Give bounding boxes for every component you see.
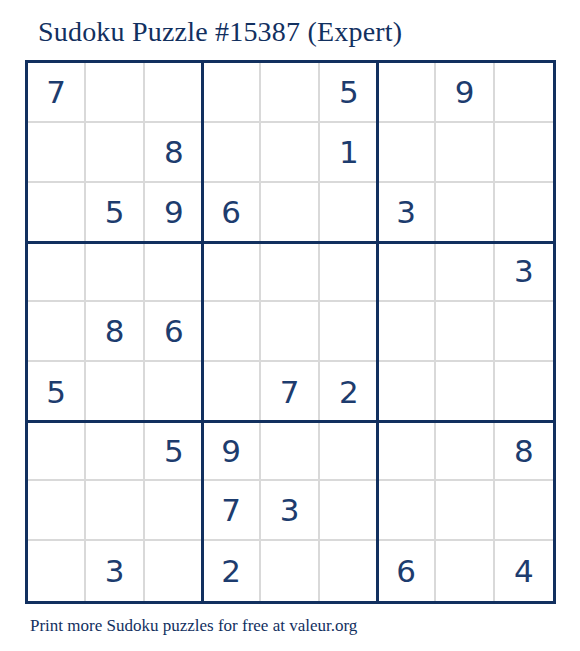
cell-r2c9 — [495, 123, 553, 183]
cell-r8c9 — [495, 481, 553, 541]
cell-r1c7 — [378, 63, 436, 123]
cell-r6c5: 7 — [261, 362, 319, 422]
cell-r9c6 — [320, 541, 378, 601]
cell-r9c2: 3 — [86, 541, 144, 601]
cell-r2c3: 8 — [145, 123, 203, 183]
cell-r8c5: 3 — [261, 481, 319, 541]
cell-r8c3 — [145, 481, 203, 541]
cell-r5c3: 6 — [145, 302, 203, 362]
cell-r6c3 — [145, 362, 203, 422]
cell-r2c5 — [261, 123, 319, 183]
cell-r2c2 — [86, 123, 144, 183]
cell-r4c2 — [86, 242, 144, 302]
cell-r2c8 — [436, 123, 494, 183]
cell-r7c8 — [436, 422, 494, 482]
box-divider-horizontal-1 — [28, 241, 553, 244]
footer-credit: Print more Sudoku puzzles for free at va… — [30, 615, 580, 637]
cell-r1c6: 5 — [320, 63, 378, 123]
cell-r7c6 — [320, 422, 378, 482]
cell-r6c8 — [436, 362, 494, 422]
cell-r5c9 — [495, 302, 553, 362]
cell-r6c9 — [495, 362, 553, 422]
cell-r2c4 — [203, 123, 261, 183]
cell-r8c7 — [378, 481, 436, 541]
cell-r3c6 — [320, 183, 378, 243]
cell-r7c2 — [86, 422, 144, 482]
cell-r3c7: 3 — [378, 183, 436, 243]
cell-r6c2 — [86, 362, 144, 422]
cell-r7c5 — [261, 422, 319, 482]
cell-r6c7 — [378, 362, 436, 422]
cell-r8c2 — [86, 481, 144, 541]
cell-r5c7 — [378, 302, 436, 362]
cell-r5c1 — [28, 302, 86, 362]
cell-r8c1 — [28, 481, 86, 541]
cell-r9c7: 6 — [378, 541, 436, 601]
cell-r7c9: 8 — [495, 422, 553, 482]
cell-r8c4: 7 — [203, 481, 261, 541]
cell-r8c8 — [436, 481, 494, 541]
box-divider-vertical-1 — [201, 63, 204, 601]
cell-r9c5 — [261, 541, 319, 601]
cell-r3c2: 5 — [86, 183, 144, 243]
cell-r3c9 — [495, 183, 553, 243]
cell-r7c1 — [28, 422, 86, 482]
cell-r9c1 — [28, 541, 86, 601]
cell-r4c1 — [28, 242, 86, 302]
cell-r1c9 — [495, 63, 553, 123]
cell-r3c1 — [28, 183, 86, 243]
cell-r4c4 — [203, 242, 261, 302]
cell-r5c8 — [436, 302, 494, 362]
cell-r1c4 — [203, 63, 261, 123]
cell-r1c1: 7 — [28, 63, 86, 123]
sudoku-grid: 759815963386572598733264 — [25, 60, 556, 604]
cell-r1c5 — [261, 63, 319, 123]
cell-r2c7 — [378, 123, 436, 183]
cell-r3c4: 6 — [203, 183, 261, 243]
cell-r9c9: 4 — [495, 541, 553, 601]
cell-r4c5 — [261, 242, 319, 302]
cell-r7c7 — [378, 422, 436, 482]
cell-r6c6: 2 — [320, 362, 378, 422]
box-divider-horizontal-2 — [28, 420, 553, 423]
cell-r5c6 — [320, 302, 378, 362]
cell-r9c3 — [145, 541, 203, 601]
cell-r7c4: 9 — [203, 422, 261, 482]
cell-r3c5 — [261, 183, 319, 243]
cell-r1c2 — [86, 63, 144, 123]
box-divider-vertical-2 — [376, 63, 379, 601]
cell-r5c5 — [261, 302, 319, 362]
cell-r4c6 — [320, 242, 378, 302]
cell-r4c9: 3 — [495, 242, 553, 302]
cell-r5c4 — [203, 302, 261, 362]
cell-r4c3 — [145, 242, 203, 302]
cell-r9c8 — [436, 541, 494, 601]
cell-r3c8 — [436, 183, 494, 243]
cell-r6c1: 5 — [28, 362, 86, 422]
cell-r3c3: 9 — [145, 183, 203, 243]
cell-r1c3 — [145, 63, 203, 123]
cell-r2c6: 1 — [320, 123, 378, 183]
cell-r9c4: 2 — [203, 541, 261, 601]
cell-r4c8 — [436, 242, 494, 302]
cell-r5c2: 8 — [86, 302, 144, 362]
cell-r6c4 — [203, 362, 261, 422]
cell-r7c3: 5 — [145, 422, 203, 482]
cell-r4c7 — [378, 242, 436, 302]
cell-r2c1 — [28, 123, 86, 183]
puzzle-title: Sudoku Puzzle #15387 (Expert) — [38, 16, 580, 48]
cell-r8c6 — [320, 481, 378, 541]
cell-r1c8: 9 — [436, 63, 494, 123]
